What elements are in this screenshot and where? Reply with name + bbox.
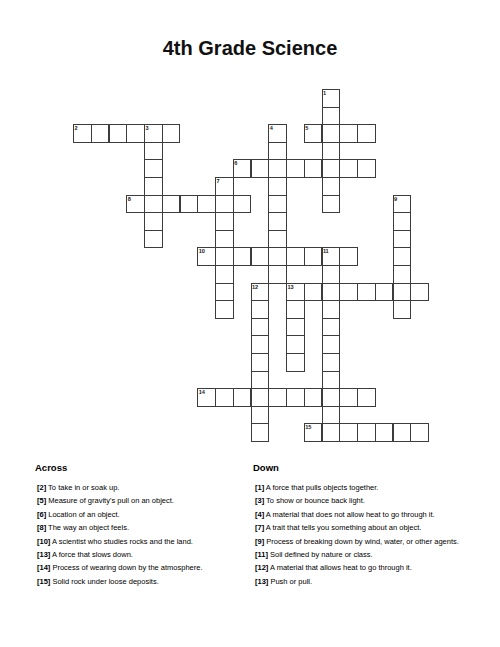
cell-number: 15 (305, 424, 311, 431)
grid-cell[interactable] (322, 423, 341, 442)
clue-number: [13] (37, 550, 50, 559)
grid-cell[interactable] (268, 247, 287, 266)
clue-across-5: [5] Measure of gravity's pull on an obje… (37, 496, 245, 506)
grid-cell[interactable] (393, 230, 412, 249)
clue-across-8: [8] The way an object feels. (37, 523, 245, 533)
grid-cell[interactable] (322, 353, 341, 372)
grid-cell[interactable] (322, 371, 341, 390)
grid-cell[interactable] (322, 177, 341, 196)
cell-number: 10 (199, 248, 205, 255)
grid-cell[interactable] (339, 124, 358, 143)
cell-number: 12 (252, 284, 258, 291)
grid-cell[interactable] (251, 371, 270, 390)
grid-cell[interactable] (304, 388, 323, 407)
grid-cell[interactable] (357, 124, 376, 143)
clue-number: [1] (255, 483, 264, 492)
grid-cell[interactable] (286, 388, 305, 407)
grid-cell[interactable] (144, 195, 163, 214)
grid-cell[interactable] (215, 195, 234, 214)
clue-down-11: [11] Soil defined by nature or class. (255, 550, 465, 560)
grid-cell[interactable] (197, 195, 216, 214)
grid-cell[interactable] (215, 388, 234, 407)
across-clues-column: Across [2] To take in or soak up.[5] Mea… (35, 462, 245, 590)
grid-cell[interactable] (251, 335, 270, 354)
grid-cell[interactable] (251, 423, 270, 442)
grid-cell[interactable] (268, 230, 287, 249)
grid-cell[interactable] (322, 335, 341, 354)
clue-across-6: [6] Location of an object. (37, 510, 245, 520)
grid-cell[interactable] (215, 265, 234, 284)
clue-number: [13] (255, 577, 268, 586)
cell-number: 2 (75, 125, 78, 132)
clue-number: [3] (255, 496, 264, 505)
grid-cell[interactable] (251, 353, 270, 372)
grid-cell[interactable] (322, 107, 341, 126)
clue-number: [10] (37, 537, 50, 546)
across-clue-list: [2] To take in or soak up.[5] Measure of… (35, 483, 245, 587)
grid-cell[interactable] (180, 195, 199, 214)
grid-cell[interactable] (339, 388, 358, 407)
clue-number: [2] (37, 483, 46, 492)
grid-cell[interactable] (322, 318, 341, 337)
grid-cell[interactable] (393, 423, 412, 442)
grid-cell[interactable] (109, 124, 128, 143)
grid-cell[interactable] (144, 212, 163, 231)
clue-down-1: [1] A force that pulls objects together. (255, 483, 465, 493)
clue-number: [14] (37, 563, 50, 572)
grid-cell[interactable] (322, 124, 341, 143)
grid-cell[interactable] (286, 318, 305, 337)
clue-number: [4] (255, 510, 264, 519)
grid-cell[interactable] (215, 212, 234, 231)
cell-number: 11 (323, 248, 329, 255)
grid-cell[interactable] (286, 247, 305, 266)
clue-number: [12] (255, 563, 268, 572)
grid-cell[interactable] (144, 230, 163, 249)
down-clues-column: Down [1] A force that pulls objects toge… (253, 462, 465, 590)
grid-cell[interactable] (233, 388, 252, 407)
grid-cell[interactable] (339, 423, 358, 442)
grid-cell[interactable] (251, 406, 270, 425)
grid-cell[interactable] (286, 300, 305, 319)
grid-cell[interactable] (322, 283, 341, 302)
cell-number: 8 (128, 196, 131, 203)
grid-cell[interactable] (233, 247, 252, 266)
grid-cell[interactable] (251, 318, 270, 337)
grid-cell[interactable] (162, 195, 181, 214)
grid-cell[interactable] (357, 388, 376, 407)
cell-number: 7 (217, 178, 220, 185)
clue-number: [8] (37, 523, 46, 532)
grid-cell[interactable] (251, 388, 270, 407)
clue-down-12: [12] A material that allows heat to go t… (255, 563, 465, 573)
down-clue-list: [1] A force that pulls objects together.… (253, 483, 465, 587)
grid-cell[interactable] (162, 124, 181, 143)
grid-cell[interactable] (393, 300, 412, 319)
grid-cell[interactable] (304, 247, 323, 266)
grid-cell[interactable] (126, 124, 145, 143)
grid-cell[interactable] (393, 247, 412, 266)
clue-across-13: [13] A force that slows down. (37, 550, 245, 560)
grid-cell[interactable] (375, 283, 394, 302)
clue-down-4: [4] A material that does not allow heat … (255, 510, 465, 520)
clue-down-3: [3] To show or bounce back light. (255, 496, 465, 506)
clue-down-7: [7] A trait that tells you something abo… (255, 523, 465, 533)
grid-cell[interactable] (144, 159, 163, 178)
grid-cell[interactable] (410, 423, 429, 442)
clue-number: [11] (255, 550, 268, 559)
grid-cell[interactable] (304, 159, 323, 178)
grid-cell[interactable] (322, 142, 341, 161)
down-header: Down (253, 462, 465, 474)
grid-cell[interactable] (268, 159, 287, 178)
crossword-page: 4th Grade Science 123456789101112131415 … (0, 0, 500, 647)
grid-cell[interactable] (410, 283, 429, 302)
grid-cell[interactable] (268, 142, 287, 161)
clue-across-15: [15] Solid rock under loose deposits. (37, 577, 245, 587)
grid-cell[interactable] (286, 335, 305, 354)
grid-cell[interactable] (215, 230, 234, 249)
cell-number: 3 (146, 125, 149, 132)
grid-cell[interactable] (251, 159, 270, 178)
clue-across-2: [2] To take in or soak up. (37, 483, 245, 493)
cell-number: 13 (288, 284, 294, 291)
grid-cell[interactable] (268, 388, 287, 407)
grid-cell[interactable] (339, 283, 358, 302)
grid-cell[interactable] (144, 177, 163, 196)
page-title: 4th Grade Science (0, 36, 500, 60)
grid-cell[interactable] (393, 283, 412, 302)
grid-cell[interactable] (268, 195, 287, 214)
clue-number: [15] (37, 577, 50, 586)
grid-cell[interactable] (322, 195, 341, 214)
grid-cell[interactable] (144, 142, 163, 161)
grid-cell[interactable] (393, 212, 412, 231)
grid-cell[interactable] (357, 423, 376, 442)
grid-cell[interactable] (393, 265, 412, 284)
grid-cell[interactable] (215, 247, 234, 266)
grid-cell[interactable] (375, 423, 394, 442)
clue-down-9: [9] Process of breaking down by wind, wa… (255, 537, 465, 547)
grid-cell[interactable] (268, 177, 287, 196)
grid-cell[interactable] (357, 283, 376, 302)
crossword-grid: 123456789101112131415 (73, 89, 429, 442)
grid-cell[interactable] (251, 300, 270, 319)
grid-cell[interactable] (251, 247, 270, 266)
grid-cell[interactable] (286, 353, 305, 372)
cell-number: 14 (199, 389, 205, 396)
cell-number: 4 (270, 125, 273, 132)
grid-cell[interactable] (322, 406, 341, 425)
cell-number: 5 (305, 125, 308, 132)
grid-cell[interactable] (322, 388, 341, 407)
clue-across-10: [10] A scientist who studies rocks and t… (37, 537, 245, 547)
grid-cell[interactable] (215, 300, 234, 319)
grid-cell[interactable] (357, 159, 376, 178)
clue-number: [9] (255, 537, 264, 546)
cell-number: 6 (234, 160, 237, 167)
grid-cell[interactable] (268, 265, 287, 284)
grid-cell[interactable] (268, 212, 287, 231)
grid-cell[interactable] (91, 124, 110, 143)
across-header: Across (35, 462, 245, 474)
grid-cell[interactable] (339, 159, 358, 178)
grid-cell[interactable] (322, 159, 341, 178)
clue-down-13: [13] Push or pull. (255, 577, 465, 587)
grid-cell[interactable] (233, 195, 252, 214)
clue-number: [6] (37, 510, 46, 519)
grid-cell[interactable] (215, 283, 234, 302)
clue-number: [7] (255, 523, 264, 532)
grid-cell[interactable] (322, 265, 341, 284)
clue-number: [5] (37, 496, 46, 505)
grid-cell[interactable] (339, 247, 358, 266)
grid-cell[interactable] (286, 159, 305, 178)
clue-across-14: [14] Process of wearing down by the atmo… (37, 563, 245, 573)
cell-number: 1 (323, 90, 326, 97)
grid-cell[interactable] (304, 283, 323, 302)
cell-number: 9 (394, 196, 397, 203)
grid-cell[interactable] (322, 300, 341, 319)
